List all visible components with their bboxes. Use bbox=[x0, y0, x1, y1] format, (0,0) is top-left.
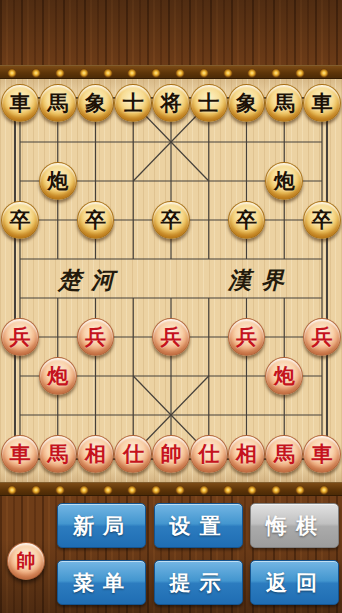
red-piece-P[interactable]: 兵 bbox=[152, 318, 190, 356]
control-button-panel: 新局 设置 悔棋 菜单 提示 返回 bbox=[57, 503, 339, 605]
board-point[interactable]: 帥 bbox=[152, 434, 190, 473]
board-point[interactable]: 象 bbox=[77, 83, 115, 122]
board-frame-stud-strip-bottom bbox=[0, 482, 342, 496]
board-point[interactable]: 馬 bbox=[39, 83, 77, 122]
red-piece-P[interactable]: 兵 bbox=[77, 318, 115, 356]
board-point[interactable] bbox=[190, 317, 228, 356]
board-point[interactable] bbox=[228, 278, 266, 317]
board-point[interactable] bbox=[39, 239, 77, 278]
board-point[interactable]: 卒 bbox=[228, 200, 266, 239]
board-point[interactable] bbox=[77, 161, 115, 200]
red-piece-P[interactable]: 兵 bbox=[228, 318, 266, 356]
board-point[interactable]: 馬 bbox=[39, 434, 77, 473]
board-point[interactable] bbox=[190, 239, 228, 278]
board-point[interactable] bbox=[39, 395, 77, 434]
board-frame-stud-strip-top bbox=[0, 65, 342, 79]
black-piece-p[interactable]: 卒 bbox=[303, 201, 341, 239]
red-piece-R[interactable]: 車 bbox=[303, 435, 341, 473]
red-piece-B[interactable]: 相 bbox=[77, 435, 115, 473]
board-point[interactable] bbox=[228, 356, 266, 395]
board-point[interactable] bbox=[152, 395, 190, 434]
black-piece-a[interactable]: 士 bbox=[190, 84, 228, 122]
board-point[interactable] bbox=[303, 239, 341, 278]
red-piece-C[interactable]: 炮 bbox=[39, 357, 77, 395]
board-point[interactable]: 兵 bbox=[152, 317, 190, 356]
board-point[interactable] bbox=[114, 395, 152, 434]
board-point[interactable] bbox=[190, 122, 228, 161]
board-point[interactable] bbox=[1, 161, 39, 200]
board-point[interactable]: 車 bbox=[303, 83, 341, 122]
board-point[interactable]: 車 bbox=[303, 434, 341, 473]
board-point[interactable]: 馬 bbox=[265, 434, 303, 473]
board-point[interactable] bbox=[228, 395, 266, 434]
board-point[interactable]: 士 bbox=[114, 83, 152, 122]
board-point[interactable]: 炮 bbox=[265, 161, 303, 200]
board-point[interactable]: 象 bbox=[228, 83, 266, 122]
menu-button[interactable]: 菜单 bbox=[57, 560, 146, 605]
board-point[interactable]: 仕 bbox=[190, 434, 228, 473]
board-point[interactable]: 炮 bbox=[39, 356, 77, 395]
board-point[interactable] bbox=[190, 278, 228, 317]
board-point[interactable] bbox=[39, 122, 77, 161]
board-point[interactable] bbox=[1, 239, 39, 278]
black-piece-n[interactable]: 馬 bbox=[265, 84, 303, 122]
black-piece-n[interactable]: 馬 bbox=[39, 84, 77, 122]
board-point[interactable] bbox=[190, 161, 228, 200]
red-piece-N[interactable]: 馬 bbox=[39, 435, 77, 473]
red-piece-N[interactable]: 馬 bbox=[265, 435, 303, 473]
board-point[interactable] bbox=[77, 356, 115, 395]
board-point[interactable] bbox=[265, 239, 303, 278]
board-point[interactable]: 将 bbox=[152, 83, 190, 122]
board-point[interactable] bbox=[39, 200, 77, 239]
board-point[interactable]: 相 bbox=[77, 434, 115, 473]
board-point[interactable]: 兵 bbox=[1, 317, 39, 356]
settings-button[interactable]: 设置 bbox=[154, 503, 243, 548]
red-piece-A[interactable]: 仕 bbox=[114, 435, 152, 473]
board-point[interactable]: 卒 bbox=[1, 200, 39, 239]
black-piece-r[interactable]: 車 bbox=[303, 84, 341, 122]
board-point[interactable] bbox=[152, 122, 190, 161]
board-point[interactable] bbox=[228, 161, 266, 200]
board-point[interactable]: 卒 bbox=[303, 200, 341, 239]
black-piece-p[interactable]: 卒 bbox=[77, 201, 115, 239]
board-point[interactable] bbox=[190, 356, 228, 395]
black-piece-p[interactable]: 卒 bbox=[228, 201, 266, 239]
black-piece-b[interactable]: 象 bbox=[228, 84, 266, 122]
board-point[interactable] bbox=[303, 122, 341, 161]
board-point[interactable] bbox=[303, 161, 341, 200]
board-point[interactable] bbox=[303, 356, 341, 395]
board-point[interactable]: 卒 bbox=[152, 200, 190, 239]
hint-button[interactable]: 提示 bbox=[154, 560, 243, 605]
board-point[interactable] bbox=[1, 395, 39, 434]
board-point[interactable] bbox=[77, 395, 115, 434]
board-point[interactable] bbox=[303, 278, 341, 317]
board-point[interactable]: 兵 bbox=[228, 317, 266, 356]
black-piece-c[interactable]: 炮 bbox=[39, 162, 77, 200]
red-piece-K[interactable]: 帥 bbox=[152, 435, 190, 473]
board-point[interactable] bbox=[114, 239, 152, 278]
xiangqi-app-screen: 楚河 漢界 車馬象士将士象馬車炮炮卒卒卒卒卒兵兵兵兵兵炮炮車馬相仕帥仕相馬車 帥… bbox=[0, 0, 342, 613]
board-point[interactable]: 馬 bbox=[265, 83, 303, 122]
black-piece-p[interactable]: 卒 bbox=[1, 201, 39, 239]
red-piece-A[interactable]: 仕 bbox=[190, 435, 228, 473]
board-point[interactable] bbox=[265, 200, 303, 239]
red-piece-R[interactable]: 車 bbox=[1, 435, 39, 473]
board-point[interactable] bbox=[1, 278, 39, 317]
turn-indicator-red-general: 帥 bbox=[7, 542, 45, 580]
board-grid: 車馬象士将士象馬車炮炮卒卒卒卒卒兵兵兵兵兵炮炮車馬相仕帥仕相馬車 bbox=[1, 83, 341, 473]
board-point[interactable]: 仕 bbox=[114, 434, 152, 473]
board-point[interactable] bbox=[265, 122, 303, 161]
black-piece-b[interactable]: 象 bbox=[77, 84, 115, 122]
black-piece-a[interactable]: 士 bbox=[114, 84, 152, 122]
black-piece-r[interactable]: 車 bbox=[1, 84, 39, 122]
red-piece-C[interactable]: 炮 bbox=[265, 357, 303, 395]
board-point[interactable] bbox=[265, 395, 303, 434]
board-point[interactable] bbox=[39, 278, 77, 317]
board-point[interactable] bbox=[114, 356, 152, 395]
board-point[interactable] bbox=[152, 239, 190, 278]
board-point[interactable]: 車 bbox=[1, 434, 39, 473]
board-point[interactable] bbox=[114, 317, 152, 356]
board-point[interactable]: 炮 bbox=[265, 356, 303, 395]
board-point[interactable] bbox=[228, 239, 266, 278]
board-point[interactable] bbox=[114, 278, 152, 317]
board-point[interactable]: 兵 bbox=[77, 317, 115, 356]
red-piece-P[interactable]: 兵 bbox=[303, 318, 341, 356]
board-point[interactable] bbox=[190, 200, 228, 239]
board-point[interactable] bbox=[303, 395, 341, 434]
board-point[interactable] bbox=[190, 395, 228, 434]
board-point[interactable]: 卒 bbox=[77, 200, 115, 239]
board-point[interactable] bbox=[1, 122, 39, 161]
board-point[interactable] bbox=[77, 239, 115, 278]
board-point[interactable] bbox=[114, 122, 152, 161]
red-piece-P[interactable]: 兵 bbox=[1, 318, 39, 356]
board-point[interactable]: 車 bbox=[1, 83, 39, 122]
red-piece-B[interactable]: 相 bbox=[228, 435, 266, 473]
black-piece-p[interactable]: 卒 bbox=[152, 201, 190, 239]
black-piece-k[interactable]: 将 bbox=[152, 84, 190, 122]
black-piece-c[interactable]: 炮 bbox=[265, 162, 303, 200]
board-point[interactable] bbox=[152, 356, 190, 395]
board-point[interactable]: 兵 bbox=[303, 317, 341, 356]
board-point[interactable] bbox=[152, 278, 190, 317]
board-point[interactable]: 士 bbox=[190, 83, 228, 122]
board-point[interactable] bbox=[114, 161, 152, 200]
board-point[interactable] bbox=[265, 317, 303, 356]
new-game-button[interactable]: 新局 bbox=[57, 503, 146, 548]
board-point[interactable] bbox=[114, 200, 152, 239]
board-point[interactable] bbox=[265, 278, 303, 317]
board-point[interactable] bbox=[228, 122, 266, 161]
board-point[interactable] bbox=[152, 161, 190, 200]
undo-move-button[interactable]: 悔棋 bbox=[250, 503, 339, 548]
board-point[interactable] bbox=[1, 356, 39, 395]
board-point[interactable]: 相 bbox=[228, 434, 266, 473]
xiangqi-board[interactable]: 楚河 漢界 車馬象士将士象馬車炮炮卒卒卒卒卒兵兵兵兵兵炮炮車馬相仕帥仕相馬車 bbox=[0, 79, 342, 482]
back-button[interactable]: 返回 bbox=[250, 560, 339, 605]
board-point[interactable]: 炮 bbox=[39, 161, 77, 200]
board-point[interactable] bbox=[39, 317, 77, 356]
board-point[interactable] bbox=[77, 122, 115, 161]
board-point[interactable] bbox=[77, 278, 115, 317]
